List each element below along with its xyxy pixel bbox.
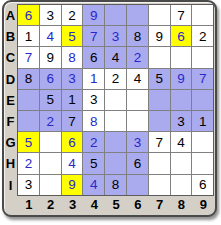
cell-G1[interactable]: 5 xyxy=(18,132,39,152)
cell-A4[interactable]: 9 xyxy=(83,5,104,25)
row-label-I: I xyxy=(4,175,17,196)
cell-F5[interactable] xyxy=(105,111,126,131)
row-label-A: A xyxy=(4,5,17,26)
cell-G6[interactable]: 3 xyxy=(127,132,148,152)
cell-H8[interactable] xyxy=(171,153,192,173)
cell-D6[interactable]: 4 xyxy=(127,69,148,89)
cell-A6[interactable] xyxy=(127,5,148,25)
cell-G7[interactable]: 7 xyxy=(149,132,170,152)
col-label-2: 2 xyxy=(40,196,62,214)
col-label-9: 9 xyxy=(192,196,214,214)
cell-A5[interactable] xyxy=(105,5,126,25)
cell-I6[interactable] xyxy=(127,175,148,195)
cell-H3[interactable]: 4 xyxy=(62,153,83,173)
cell-B4[interactable]: 7 xyxy=(83,26,104,46)
cell-I3[interactable]: 9 xyxy=(62,175,83,195)
cell-I5[interactable]: 8 xyxy=(105,175,126,195)
cell-D3[interactable]: 3 xyxy=(62,69,83,89)
sudoku-grid: 6329714573896279864286312459751327831562… xyxy=(17,4,214,196)
cell-B1[interactable]: 1 xyxy=(18,26,39,46)
cell-F4[interactable]: 8 xyxy=(83,111,104,131)
cell-C5[interactable]: 4 xyxy=(105,47,126,67)
col-label-8: 8 xyxy=(171,196,193,214)
row-label-D: D xyxy=(4,69,17,90)
cell-D1[interactable]: 8 xyxy=(18,69,39,89)
row-label-F: F xyxy=(4,111,17,132)
cell-F2[interactable]: 2 xyxy=(40,111,61,131)
col-label-6: 6 xyxy=(127,196,149,214)
board-area: ABCDEFGHI 632971457389627986428631245975… xyxy=(4,4,215,196)
cell-D9[interactable]: 7 xyxy=(192,69,213,89)
col-label-4: 4 xyxy=(83,196,105,214)
cell-A2[interactable]: 3 xyxy=(40,5,61,25)
cell-G8[interactable]: 4 xyxy=(171,132,192,152)
cell-E2[interactable]: 5 xyxy=(40,90,61,110)
cell-D8[interactable]: 9 xyxy=(171,69,192,89)
screenshot-stage: ABCDEFGHI 632971457389627986428631245975… xyxy=(0,0,221,225)
cell-B8[interactable]: 6 xyxy=(171,26,192,46)
row-labels: ABCDEFGHI xyxy=(4,4,17,196)
row-label-G: G xyxy=(4,132,17,153)
cell-I4[interactable]: 4 xyxy=(83,175,104,195)
row-label-B: B xyxy=(4,26,17,47)
cell-E5[interactable] xyxy=(105,90,126,110)
cell-B9[interactable]: 2 xyxy=(192,26,213,46)
cell-B7[interactable]: 9 xyxy=(149,26,170,46)
cell-F9[interactable]: 1 xyxy=(192,111,213,131)
cell-E7[interactable] xyxy=(149,90,170,110)
cell-B6[interactable]: 8 xyxy=(127,26,148,46)
col-label-3: 3 xyxy=(62,196,84,214)
sudoku-board-window: ABCDEFGHI 632971457389627986428631245975… xyxy=(2,0,217,217)
cell-B2[interactable]: 4 xyxy=(40,26,61,46)
row-label-H: H xyxy=(4,153,17,174)
cell-D4[interactable]: 1 xyxy=(83,69,104,89)
cell-H2[interactable] xyxy=(40,153,61,173)
cell-A3[interactable]: 2 xyxy=(62,5,83,25)
cell-H1[interactable]: 2 xyxy=(18,153,39,173)
cell-G9[interactable] xyxy=(192,132,213,152)
cell-E8[interactable] xyxy=(171,90,192,110)
cell-A1[interactable]: 6 xyxy=(18,5,39,25)
cell-H5[interactable] xyxy=(105,153,126,173)
cell-F7[interactable] xyxy=(149,111,170,131)
cell-I8[interactable] xyxy=(171,175,192,195)
cell-F1[interactable] xyxy=(18,111,39,131)
cell-H9[interactable] xyxy=(192,153,213,173)
cell-F3[interactable]: 7 xyxy=(62,111,83,131)
cell-A9[interactable] xyxy=(192,5,213,25)
cell-F6[interactable] xyxy=(127,111,148,131)
cell-C6[interactable]: 2 xyxy=(127,47,148,67)
cell-C9[interactable] xyxy=(192,47,213,67)
cell-C8[interactable] xyxy=(171,47,192,67)
col-label-5: 5 xyxy=(105,196,127,214)
row-label-C: C xyxy=(4,47,17,68)
cell-F8[interactable]: 3 xyxy=(171,111,192,131)
col-labels: 123456789 xyxy=(18,196,215,214)
cell-E3[interactable]: 1 xyxy=(62,90,83,110)
cell-D7[interactable]: 5 xyxy=(149,69,170,89)
cell-G3[interactable]: 6 xyxy=(62,132,83,152)
cell-E1[interactable] xyxy=(18,90,39,110)
cell-C3[interactable]: 8 xyxy=(62,47,83,67)
cell-C2[interactable]: 9 xyxy=(40,47,61,67)
cell-B5[interactable]: 3 xyxy=(105,26,126,46)
col-label-7: 7 xyxy=(149,196,171,214)
col-label-1: 1 xyxy=(18,196,40,214)
cell-I1[interactable]: 3 xyxy=(18,175,39,195)
row-label-E: E xyxy=(4,90,17,111)
cell-E9[interactable] xyxy=(192,90,213,110)
cell-A7[interactable] xyxy=(149,5,170,25)
cell-H4[interactable]: 5 xyxy=(83,153,104,173)
cell-H6[interactable]: 6 xyxy=(127,153,148,173)
cell-I9[interactable]: 6 xyxy=(192,175,213,195)
cell-I7[interactable] xyxy=(149,175,170,195)
cell-I2[interactable] xyxy=(40,175,61,195)
cell-C4[interactable]: 6 xyxy=(83,47,104,67)
cell-C7[interactable] xyxy=(149,47,170,67)
cell-G2[interactable] xyxy=(40,132,61,152)
cell-B3[interactable]: 5 xyxy=(62,26,83,46)
cell-G5[interactable] xyxy=(105,132,126,152)
cell-G4[interactable]: 2 xyxy=(83,132,104,152)
cell-H7[interactable] xyxy=(149,153,170,173)
cell-E4[interactable]: 3 xyxy=(83,90,104,110)
cell-C1[interactable]: 7 xyxy=(18,47,39,67)
cell-D2[interactable]: 6 xyxy=(40,69,61,89)
cell-D5[interactable]: 2 xyxy=(105,69,126,89)
cell-E6[interactable] xyxy=(127,90,148,110)
cell-A8[interactable]: 7 xyxy=(171,5,192,25)
